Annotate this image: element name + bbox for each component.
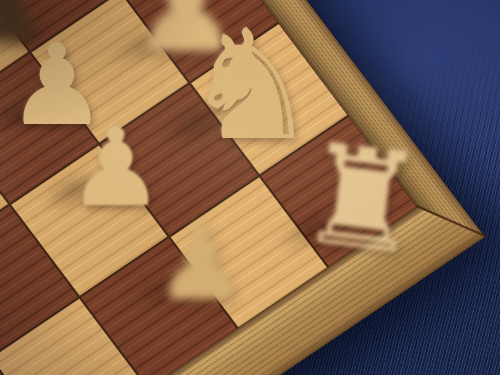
pieces-layer: ♟♟♟♞♟♜♟ xyxy=(0,0,500,375)
white-knight-h2: ♞ xyxy=(183,10,319,162)
white-rook-h1: ♜ xyxy=(292,124,432,276)
white-pawn-g2: ♟ xyxy=(68,114,165,222)
chessboard-photo: ♟♟♟♞♟♜♟ xyxy=(0,0,500,375)
white-pawn-blurred-front: ♟ xyxy=(154,211,247,315)
